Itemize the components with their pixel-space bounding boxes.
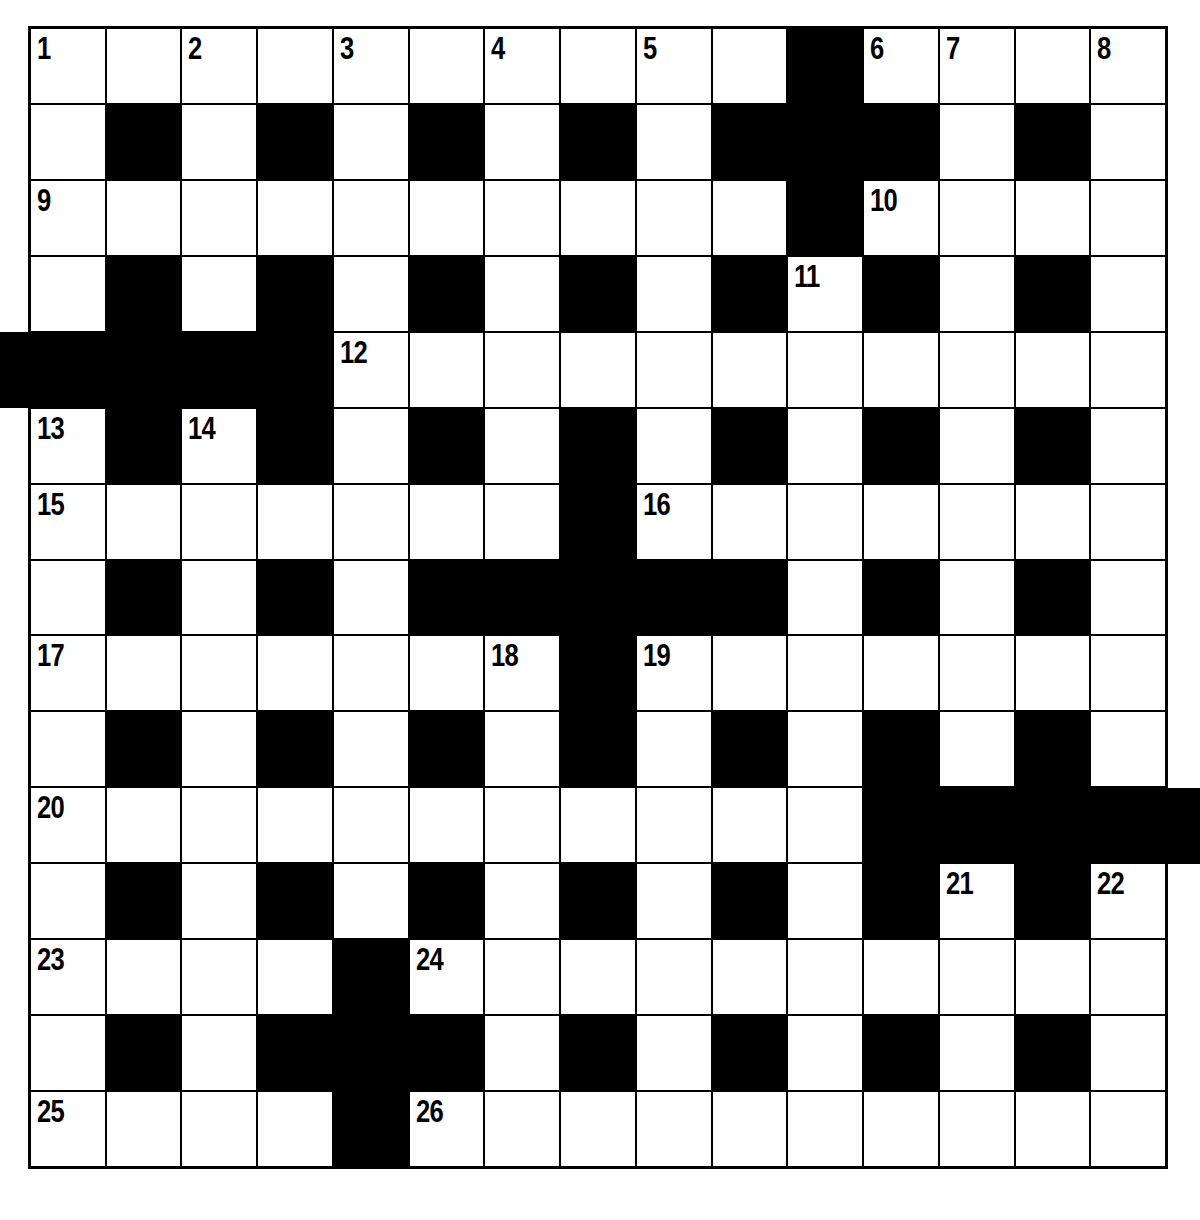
block-cell <box>258 712 332 786</box>
letter-cell[interactable] <box>788 409 862 483</box>
letter-cell[interactable] <box>258 940 332 1014</box>
block-cell <box>561 485 635 559</box>
letter-cell[interactable] <box>107 636 181 710</box>
letter-cell[interactable] <box>485 1016 559 1090</box>
block-cell <box>561 712 635 786</box>
letter-cell[interactable] <box>940 485 1014 559</box>
letter-cell[interactable] <box>637 257 711 331</box>
letter-cell[interactable] <box>788 712 862 786</box>
letter-cell[interactable] <box>637 1092 711 1166</box>
letter-cell[interactable]: 1 <box>31 29 105 103</box>
letter-cell[interactable] <box>485 712 559 786</box>
block-cell <box>258 105 332 179</box>
block-cell <box>334 1092 408 1166</box>
letter-cell[interactable] <box>940 333 1014 407</box>
block-cell <box>107 864 181 938</box>
letter-cell[interactable] <box>713 940 787 1014</box>
block-cell <box>107 333 181 407</box>
block-cell <box>561 105 635 179</box>
block-cell <box>864 105 938 179</box>
letter-cell[interactable] <box>107 788 181 862</box>
letter-cell[interactable] <box>864 940 938 1014</box>
letter-cell[interactable]: 20 <box>31 788 105 862</box>
letter-cell[interactable] <box>410 788 484 862</box>
letter-cell[interactable] <box>1091 712 1165 786</box>
letter-cell[interactable] <box>107 940 181 1014</box>
letter-cell[interactable] <box>182 257 256 331</box>
letter-cell[interactable] <box>788 485 862 559</box>
letter-cell[interactable] <box>334 181 408 255</box>
block-cell <box>1016 561 1090 635</box>
letter-cell[interactable]: 17 <box>31 636 105 710</box>
clue-number: 5 <box>643 32 656 64</box>
letter-cell[interactable]: 19 <box>637 636 711 710</box>
letter-cell[interactable] <box>334 257 408 331</box>
block-cell <box>864 257 938 331</box>
letter-cell[interactable]: 9 <box>31 181 105 255</box>
block-cell <box>258 1016 332 1090</box>
black-margin-bar-right <box>1165 788 1200 864</box>
letter-cell[interactable]: 15 <box>31 485 105 559</box>
block-cell <box>713 1016 787 1090</box>
block-cell <box>410 1016 484 1090</box>
letter-cell[interactable] <box>864 636 938 710</box>
letter-cell[interactable]: 22 <box>1091 864 1165 938</box>
letter-cell[interactable] <box>485 181 559 255</box>
letter-cell[interactable] <box>182 1092 256 1166</box>
letter-cell[interactable] <box>940 257 1014 331</box>
block-cell <box>410 257 484 331</box>
clue-number: 18 <box>491 639 518 671</box>
letter-cell[interactable]: 18 <box>485 636 559 710</box>
block-cell <box>258 257 332 331</box>
letter-cell[interactable]: 2 <box>182 29 256 103</box>
block-cell <box>258 409 332 483</box>
letter-cell[interactable] <box>182 1016 256 1090</box>
block-cell <box>561 636 635 710</box>
letter-cell[interactable] <box>940 409 1014 483</box>
letter-cell[interactable] <box>788 1016 862 1090</box>
letter-cell[interactable]: 16 <box>637 485 711 559</box>
letter-cell[interactable] <box>258 181 332 255</box>
letter-cell[interactable]: 25 <box>31 1092 105 1166</box>
letter-cell[interactable] <box>788 1092 862 1166</box>
letter-cell[interactable] <box>864 1092 938 1166</box>
crossword-board: 1234567891011121314151617181920212223242… <box>28 26 1168 1169</box>
letter-cell[interactable] <box>561 1092 635 1166</box>
letter-cell[interactable] <box>637 864 711 938</box>
block-cell <box>864 864 938 938</box>
block-cell <box>410 712 484 786</box>
block-cell <box>182 333 256 407</box>
letter-cell[interactable] <box>31 712 105 786</box>
letter-cell[interactable] <box>1091 409 1165 483</box>
letter-cell[interactable] <box>1091 333 1165 407</box>
letter-cell[interactable] <box>637 181 711 255</box>
clue-number: 11 <box>794 260 819 292</box>
clue-number: 7 <box>946 32 959 64</box>
clue-number: 13 <box>37 412 64 444</box>
letter-cell[interactable] <box>1016 1092 1090 1166</box>
letter-cell[interactable]: 24 <box>410 940 484 1014</box>
block-cell <box>561 864 635 938</box>
letter-cell[interactable]: 5 <box>637 29 711 103</box>
block-cell <box>713 561 787 635</box>
block-cell <box>334 1016 408 1090</box>
block-cell <box>1016 788 1090 862</box>
letter-cell[interactable] <box>334 409 408 483</box>
letter-cell[interactable] <box>334 485 408 559</box>
letter-cell[interactable] <box>485 485 559 559</box>
letter-cell[interactable] <box>410 333 484 407</box>
clue-number: 3 <box>340 32 353 64</box>
letter-cell[interactable] <box>485 940 559 1014</box>
letter-cell[interactable] <box>107 29 181 103</box>
letter-cell[interactable] <box>940 636 1014 710</box>
clue-number: 16 <box>643 488 670 520</box>
letter-cell[interactable] <box>864 485 938 559</box>
letter-cell[interactable] <box>713 485 787 559</box>
letter-cell[interactable] <box>1016 181 1090 255</box>
block-cell <box>713 864 787 938</box>
clue-number: 22 <box>1097 867 1124 899</box>
letter-cell[interactable] <box>182 940 256 1014</box>
letter-cell[interactable] <box>182 181 256 255</box>
letter-cell[interactable] <box>1016 333 1090 407</box>
clue-number: 21 <box>946 867 973 899</box>
block-cell <box>713 257 787 331</box>
letter-cell[interactable] <box>1091 257 1165 331</box>
block-cell <box>940 788 1014 862</box>
clue-number: 26 <box>416 1095 443 1127</box>
clue-number: 23 <box>37 943 64 975</box>
letter-cell[interactable] <box>637 333 711 407</box>
black-margin-bar-left <box>0 332 31 408</box>
block-cell <box>1091 788 1165 862</box>
block-cell <box>788 105 862 179</box>
letter-cell[interactable] <box>258 788 332 862</box>
letter-cell[interactable] <box>31 257 105 331</box>
letter-cell[interactable] <box>1016 940 1090 1014</box>
letter-cell[interactable]: 4 <box>485 29 559 103</box>
clue-number: 6 <box>870 32 883 64</box>
letter-cell[interactable] <box>940 1092 1014 1166</box>
letter-cell[interactable] <box>31 864 105 938</box>
block-cell <box>1016 1016 1090 1090</box>
block-cell <box>485 561 559 635</box>
letter-cell[interactable]: 8 <box>1091 29 1165 103</box>
clue-number: 10 <box>870 184 897 216</box>
letter-cell[interactable] <box>182 561 256 635</box>
block-cell <box>864 561 938 635</box>
block-cell <box>410 409 484 483</box>
letter-cell[interactable] <box>940 105 1014 179</box>
letter-cell[interactable] <box>561 29 635 103</box>
letter-cell[interactable] <box>1016 636 1090 710</box>
block-cell <box>258 864 332 938</box>
letter-cell[interactable] <box>182 636 256 710</box>
letter-cell[interactable] <box>31 105 105 179</box>
letter-cell[interactable] <box>334 636 408 710</box>
block-cell <box>561 1016 635 1090</box>
clue-number: 12 <box>340 336 367 368</box>
letter-cell[interactable] <box>182 864 256 938</box>
letter-cell[interactable] <box>1016 485 1090 559</box>
letter-cell[interactable]: 26 <box>410 1092 484 1166</box>
letter-cell[interactable] <box>637 1016 711 1090</box>
letter-cell[interactable] <box>182 105 256 179</box>
block-cell <box>334 940 408 1014</box>
letter-cell[interactable] <box>788 333 862 407</box>
block-cell <box>864 409 938 483</box>
block-cell <box>864 788 938 862</box>
letter-cell[interactable] <box>485 1092 559 1166</box>
letter-cell[interactable] <box>561 181 635 255</box>
letter-cell[interactable] <box>561 940 635 1014</box>
letter-cell[interactable] <box>637 105 711 179</box>
letter-cell[interactable] <box>485 788 559 862</box>
letter-cell[interactable]: 13 <box>31 409 105 483</box>
clue-number: 1 <box>37 32 50 64</box>
letter-cell[interactable]: 14 <box>182 409 256 483</box>
letter-cell[interactable] <box>31 561 105 635</box>
letter-cell[interactable] <box>182 788 256 862</box>
clue-number: 20 <box>37 791 64 823</box>
letter-cell[interactable]: 7 <box>940 29 1014 103</box>
letter-cell[interactable] <box>258 485 332 559</box>
block-cell <box>864 712 938 786</box>
letter-cell[interactable] <box>182 712 256 786</box>
clue-number: 15 <box>37 488 64 520</box>
block-cell <box>561 409 635 483</box>
letter-cell[interactable] <box>258 29 332 103</box>
block-cell <box>107 409 181 483</box>
letter-cell[interactable] <box>410 181 484 255</box>
letter-cell[interactable] <box>1091 105 1165 179</box>
letter-cell[interactable] <box>182 485 256 559</box>
letter-cell[interactable] <box>713 788 787 862</box>
block-cell <box>107 712 181 786</box>
block-cell <box>31 333 105 407</box>
letter-cell[interactable] <box>1091 485 1165 559</box>
letter-cell[interactable] <box>637 788 711 862</box>
letter-cell[interactable] <box>713 1092 787 1166</box>
letter-cell[interactable] <box>1091 561 1165 635</box>
letter-cell[interactable] <box>1091 1092 1165 1166</box>
letter-cell[interactable] <box>334 864 408 938</box>
block-cell <box>788 181 862 255</box>
block-cell <box>561 257 635 331</box>
block-cell <box>107 561 181 635</box>
clue-number: 2 <box>188 32 201 64</box>
letter-cell[interactable]: 23 <box>31 940 105 1014</box>
letter-cell[interactable] <box>1091 940 1165 1014</box>
block-cell <box>1016 712 1090 786</box>
letter-cell[interactable] <box>940 181 1014 255</box>
letter-cell[interactable] <box>713 181 787 255</box>
letter-cell[interactable] <box>107 1092 181 1166</box>
block-cell <box>410 864 484 938</box>
block-cell <box>107 1016 181 1090</box>
block-cell <box>1016 409 1090 483</box>
letter-cell[interactable] <box>258 636 332 710</box>
letter-cell[interactable] <box>940 712 1014 786</box>
letter-cell[interactable] <box>637 712 711 786</box>
block-cell <box>713 409 787 483</box>
clue-number: 25 <box>37 1095 64 1127</box>
block-cell <box>107 257 181 331</box>
letter-cell[interactable]: 3 <box>334 29 408 103</box>
clue-number: 14 <box>188 412 215 444</box>
block-cell <box>410 105 484 179</box>
letter-cell[interactable] <box>713 29 787 103</box>
block-cell <box>107 105 181 179</box>
clue-number: 24 <box>416 943 443 975</box>
block-cell <box>713 712 787 786</box>
block-cell <box>561 561 635 635</box>
letter-cell[interactable] <box>1091 1016 1165 1090</box>
clue-number: 4 <box>491 32 504 64</box>
block-cell <box>637 561 711 635</box>
letter-cell[interactable] <box>637 940 711 1014</box>
letter-cell[interactable]: 10 <box>864 181 938 255</box>
letter-cell[interactable] <box>334 712 408 786</box>
letter-cell[interactable] <box>788 864 862 938</box>
letter-cell[interactable] <box>107 485 181 559</box>
letter-cell[interactable]: 6 <box>864 29 938 103</box>
letter-cell[interactable] <box>485 409 559 483</box>
letter-cell[interactable] <box>940 561 1014 635</box>
letter-cell[interactable] <box>485 333 559 407</box>
block-cell <box>864 1016 938 1090</box>
block-cell <box>410 561 484 635</box>
letter-cell[interactable] <box>940 940 1014 1014</box>
letter-cell[interactable] <box>788 940 862 1014</box>
letter-cell[interactable] <box>1091 181 1165 255</box>
letter-cell[interactable] <box>334 788 408 862</box>
letter-cell[interactable]: 21 <box>940 864 1014 938</box>
letter-cell[interactable] <box>410 636 484 710</box>
block-cell <box>1016 257 1090 331</box>
letter-cell[interactable] <box>788 636 862 710</box>
letter-cell[interactable] <box>788 788 862 862</box>
letter-cell[interactable] <box>1091 636 1165 710</box>
letter-cell[interactable] <box>788 561 862 635</box>
block-cell <box>258 561 332 635</box>
letter-cell[interactable] <box>940 1016 1014 1090</box>
block-cell <box>1016 864 1090 938</box>
letter-cell[interactable] <box>561 333 635 407</box>
letter-cell[interactable] <box>1016 29 1090 103</box>
clue-number: 19 <box>643 639 670 671</box>
block-cell <box>258 333 332 407</box>
letter-cell[interactable] <box>561 788 635 862</box>
clue-number: 8 <box>1097 32 1110 64</box>
clue-number: 9 <box>37 184 50 216</box>
letter-cell[interactable] <box>485 105 559 179</box>
clue-number: 17 <box>37 639 64 671</box>
block-cell <box>1016 105 1090 179</box>
letter-cell[interactable] <box>31 1016 105 1090</box>
letter-cell[interactable] <box>334 105 408 179</box>
letter-cell[interactable] <box>485 864 559 938</box>
letter-cell[interactable]: 11 <box>788 257 862 331</box>
letter-cell[interactable] <box>637 409 711 483</box>
letter-cell[interactable] <box>258 1092 332 1166</box>
letter-cell[interactable]: 12 <box>334 333 408 407</box>
letter-cell[interactable] <box>713 636 787 710</box>
block-cell <box>713 105 787 179</box>
block-cell <box>788 29 862 103</box>
letter-cell[interactable] <box>334 561 408 635</box>
letter-cell[interactable] <box>864 333 938 407</box>
letter-cell[interactable] <box>410 485 484 559</box>
letter-cell[interactable] <box>107 181 181 255</box>
letter-cell[interactable] <box>485 257 559 331</box>
letter-cell[interactable] <box>410 29 484 103</box>
letter-cell[interactable] <box>713 333 787 407</box>
